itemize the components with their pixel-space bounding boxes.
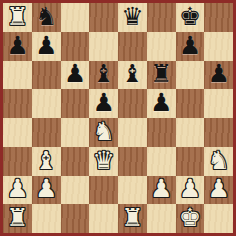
board-grid: ♜♞♛♚♟♟♟♟♝♝♜♟♟♟♞♝♛♞♟♟♟♟♟♜♜♚ [3,3,233,233]
piece-white-queen[interactable]: ♛ [92,148,114,173]
square-a5[interactable] [3,89,32,118]
square-g3[interactable] [176,147,205,176]
piece-white-knight[interactable]: ♞ [92,119,114,144]
square-h6[interactable]: ♟ [204,61,233,90]
square-b5[interactable] [32,89,61,118]
piece-white-rook[interactable]: ♜ [6,205,28,230]
square-a3[interactable] [3,147,32,176]
piece-white-rook[interactable]: ♜ [121,205,143,230]
square-c7[interactable] [61,32,90,61]
square-h3[interactable]: ♞ [204,147,233,176]
piece-white-knight[interactable]: ♞ [207,148,229,173]
square-a7[interactable]: ♟ [3,32,32,61]
piece-white-pawn[interactable]: ♟ [35,176,57,201]
square-f2[interactable]: ♟ [147,176,176,205]
square-b7[interactable]: ♟ [32,32,61,61]
square-c6[interactable]: ♟ [61,61,90,90]
square-f8[interactable] [147,3,176,32]
square-a2[interactable]: ♟ [3,176,32,205]
piece-white-pawn[interactable]: ♟ [179,176,201,201]
square-d3[interactable]: ♛ [89,147,118,176]
square-a1[interactable]: ♜ [3,204,32,233]
piece-white-pawn[interactable]: ♟ [6,176,28,201]
square-b8[interactable]: ♞ [32,3,61,32]
square-g7[interactable]: ♟ [176,32,205,61]
square-b2[interactable]: ♟ [32,176,61,205]
square-f6[interactable]: ♜ [147,61,176,90]
square-c4[interactable] [61,118,90,147]
square-a4[interactable] [3,118,32,147]
square-d4[interactable]: ♞ [89,118,118,147]
piece-white-pawn[interactable]: ♟ [207,176,229,201]
square-h2[interactable]: ♟ [204,176,233,205]
square-b4[interactable] [32,118,61,147]
square-h1[interactable] [204,204,233,233]
square-d6[interactable]: ♝ [89,61,118,90]
piece-black-pawn[interactable]: ♟ [64,61,86,86]
piece-black-pawn[interactable]: ♟ [207,61,229,86]
square-g5[interactable] [176,89,205,118]
square-e5[interactable] [118,89,147,118]
piece-black-rook[interactable]: ♜ [150,61,172,86]
square-g6[interactable] [176,61,205,90]
square-b6[interactable] [32,61,61,90]
square-e6[interactable]: ♝ [118,61,147,90]
square-h5[interactable] [204,89,233,118]
square-d1[interactable] [89,204,118,233]
square-a8[interactable]: ♜ [3,3,32,32]
piece-black-pawn[interactable]: ♟ [179,33,201,58]
square-c1[interactable] [61,204,90,233]
piece-black-bishop[interactable]: ♝ [121,61,143,86]
square-c8[interactable] [61,3,90,32]
piece-black-pawn[interactable]: ♟ [150,90,172,115]
square-b1[interactable] [32,204,61,233]
piece-black-queen[interactable]: ♛ [121,4,143,29]
square-f7[interactable] [147,32,176,61]
square-e3[interactable] [118,147,147,176]
square-g2[interactable]: ♟ [176,176,205,205]
square-b3[interactable]: ♝ [32,147,61,176]
square-f3[interactable] [147,147,176,176]
chess-board: ♜♞♛♚♟♟♟♟♝♝♜♟♟♟♞♝♛♞♟♟♟♟♟♜♜♚ [0,0,236,236]
piece-black-knight[interactable]: ♞ [35,4,57,29]
square-e4[interactable] [118,118,147,147]
piece-white-rook[interactable]: ♜ [6,4,28,29]
square-e2[interactable] [118,176,147,205]
square-g1[interactable]: ♚ [176,204,205,233]
square-f4[interactable] [147,118,176,147]
square-c5[interactable] [61,89,90,118]
square-h4[interactable] [204,118,233,147]
square-d5[interactable]: ♟ [89,89,118,118]
piece-black-bishop[interactable]: ♝ [92,61,114,86]
square-e7[interactable] [118,32,147,61]
square-g8[interactable]: ♚ [176,3,205,32]
square-h8[interactable] [204,3,233,32]
piece-black-pawn[interactable]: ♟ [92,90,114,115]
square-c3[interactable] [61,147,90,176]
piece-black-pawn[interactable]: ♟ [35,33,57,58]
square-e8[interactable]: ♛ [118,3,147,32]
piece-white-king[interactable]: ♚ [179,205,201,230]
square-h7[interactable] [204,32,233,61]
square-g4[interactable] [176,118,205,147]
square-f5[interactable]: ♟ [147,89,176,118]
piece-black-king[interactable]: ♚ [179,4,201,29]
piece-white-bishop[interactable]: ♝ [35,148,57,173]
piece-white-pawn[interactable]: ♟ [150,176,172,201]
square-a6[interactable] [3,61,32,90]
square-d2[interactable] [89,176,118,205]
square-f1[interactable] [147,204,176,233]
piece-black-pawn[interactable]: ♟ [6,33,28,58]
square-e1[interactable]: ♜ [118,204,147,233]
square-d7[interactable] [89,32,118,61]
square-d8[interactable] [89,3,118,32]
square-c2[interactable] [61,176,90,205]
